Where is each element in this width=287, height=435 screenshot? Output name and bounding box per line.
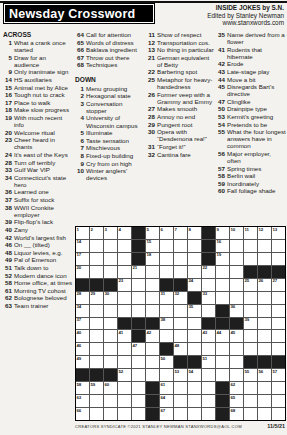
clue-down-43: 43Late-stage play (216, 68, 286, 75)
cell-r10c2[interactable] (90, 343, 103, 355)
clue-number: 19 (3, 114, 12, 128)
cell-r3c4[interactable] (118, 253, 131, 265)
cell-r3c2[interactable] (90, 253, 103, 265)
clue-number: 54 (216, 121, 225, 128)
clue-number: 22 (146, 68, 155, 75)
clue-down-3: 3Conversation stopper (75, 100, 144, 114)
cell-r6c13[interactable] (244, 292, 257, 304)
cell-r13c13[interactable] (244, 382, 257, 394)
clue-across-51: 51Talk down to (3, 264, 72, 271)
cell-r14c15[interactable] (272, 395, 285, 407)
clue-number: 57 (216, 165, 225, 172)
clue-number: 51 (3, 264, 12, 271)
cell-r6c11[interactable] (216, 292, 229, 304)
cell-r14c9[interactable] (188, 395, 201, 407)
cell-r12c10[interactable] (202, 369, 215, 381)
clue-number: 7 (75, 144, 84, 151)
clue-number: 49 (3, 256, 12, 263)
cell-r2c15[interactable] (272, 240, 285, 252)
cell-r8c7[interactable]: 38 (160, 318, 173, 330)
cell-r1c4[interactable]: 4 (118, 227, 131, 239)
cell-r13c7[interactable]: 61 (160, 382, 173, 394)
cell-r11c12[interactable] (230, 356, 243, 368)
cell-r1c15[interactable]: 13 (272, 227, 285, 239)
cell-r4c10[interactable]: 22 (202, 266, 215, 278)
cell-r3c3[interactable] (104, 253, 117, 265)
cell-r3c6[interactable]: 18 (146, 253, 159, 265)
cell-r2c1[interactable]: 14 (76, 240, 89, 252)
cell-r8c15[interactable] (272, 318, 285, 330)
cell-r12c9[interactable]: 54 (188, 369, 201, 381)
cell-number: 19 (217, 252, 221, 257)
cell-r7c5[interactable] (132, 305, 145, 317)
cell-r6c8[interactable]: 32 (174, 292, 187, 304)
cell-number: 12 (259, 227, 263, 232)
cell-r4c9[interactable] (188, 266, 201, 278)
cell-r13c3[interactable]: 60 (104, 382, 117, 394)
cell-number: 49 (77, 356, 81, 361)
cell-r13c2[interactable]: 59 (90, 382, 103, 394)
cell-r2c9[interactable] (188, 240, 201, 252)
clue-text: Cheer heard in chants (14, 136, 72, 150)
cell-r5c13[interactable]: 25 (244, 279, 257, 291)
cell-r5c14[interactable]: 26 (258, 279, 271, 291)
cell-r15c9[interactable] (188, 408, 201, 420)
clue-text: No thing in particular (157, 46, 215, 53)
clue-number: 3 (75, 100, 84, 114)
cell-r12c14[interactable]: 56 (258, 369, 271, 381)
cell-r6c3[interactable]: 30 (104, 292, 117, 304)
cell-r7c10[interactable] (202, 305, 215, 317)
cell-r6c1[interactable]: 28 (76, 292, 89, 304)
cell-r11c11[interactable] (216, 356, 229, 368)
clue-text: Inordinately (227, 180, 286, 187)
cell-r4c5[interactable]: 21 (132, 266, 145, 278)
cell-r6c7[interactable]: 31 (160, 292, 173, 304)
clue-down-55: 55What the four longest answers have in … (216, 128, 286, 149)
cell-number: 57 (273, 369, 277, 374)
cell-r1c13[interactable]: 11 (244, 227, 257, 239)
cell-r1c2[interactable]: 2 (90, 227, 103, 239)
block-r8c10 (202, 318, 215, 330)
cell-r10c10[interactable] (202, 343, 215, 355)
cell-r15c10[interactable] (202, 408, 215, 420)
cell-r6c2[interactable]: 29 (90, 292, 103, 304)
cell-r15c1[interactable]: 66 (76, 408, 89, 420)
cell-r1c1[interactable]: 1 (76, 227, 89, 239)
clue-down-10: 10Winter anglers' devices (75, 167, 144, 181)
cell-r1c12[interactable]: 10 (230, 227, 243, 239)
block-r5c8 (174, 279, 187, 291)
cell-r2c3[interactable] (104, 240, 117, 252)
cell-number: 22 (203, 265, 207, 270)
cell-r13c5[interactable] (132, 382, 145, 394)
clue-text: With much recent info (14, 114, 72, 128)
cell-r1c6[interactable]: 5 (146, 227, 159, 239)
cell-r2c8[interactable] (174, 240, 187, 252)
cell-r14c4[interactable] (118, 395, 131, 407)
cell-r9c14[interactable] (258, 330, 271, 342)
cell-r3c8[interactable] (174, 253, 187, 265)
cell-r10c15[interactable] (272, 343, 285, 355)
cell-number: 31 (161, 291, 165, 296)
cell-r10c11[interactable] (216, 343, 229, 355)
cell-r13c14[interactable] (258, 382, 271, 394)
clue-down-12: 12Transportation cos. (146, 39, 215, 46)
clue-number: 32 (146, 151, 155, 158)
cell-number: 48 (175, 343, 179, 348)
clue-number: 14 (3, 76, 12, 83)
cell-r15c7[interactable]: 67 (160, 408, 173, 420)
clue-across-67: 67Throw out there (75, 54, 144, 61)
clue-number: 27 (146, 105, 155, 112)
cell-r9c8[interactable] (174, 330, 187, 342)
cell-r10c12[interactable] (230, 343, 243, 355)
clue-number: 50 (216, 105, 225, 112)
cell-r2c2[interactable] (90, 240, 103, 252)
cell-r5c12[interactable] (230, 279, 243, 291)
block-r5c7 (160, 279, 173, 291)
cell-number: 2 (91, 227, 93, 232)
cell-r12c11[interactable] (216, 369, 229, 381)
clue-text: Only inanimate sign (14, 68, 72, 75)
clue-down-31: 31“Forget it!” (146, 143, 215, 150)
cell-r11c7[interactable]: 50 (160, 356, 173, 368)
cell-r14c10[interactable] (202, 395, 215, 407)
clue-text: Pal of Emerson (14, 256, 72, 263)
clue-number: 41 (216, 46, 225, 60)
block-r11c9 (188, 356, 201, 368)
cell-r11c4[interactable] (118, 356, 131, 368)
cell-r2c12[interactable] (230, 240, 243, 252)
cell-r9c10[interactable]: 43 (202, 330, 215, 342)
cell-r8c1[interactable]: 37 (76, 318, 89, 330)
cell-r3c15[interactable] (272, 253, 285, 265)
cell-r15c14[interactable] (258, 408, 271, 420)
cell-r7c7[interactable] (160, 305, 173, 317)
clue-across-68: 68Techniques (75, 61, 144, 68)
cell-r14c13[interactable] (244, 395, 257, 407)
block-r15c11 (216, 408, 229, 420)
cell-r1c3[interactable]: 3 (104, 227, 117, 239)
cell-r7c9[interactable]: 35 (188, 305, 201, 317)
website-link[interactable]: www.stanxwords.com (207, 19, 284, 27)
cell-r5c6[interactable] (146, 279, 159, 291)
cell-r4c8[interactable] (174, 266, 187, 278)
clue-number: 39 (3, 218, 12, 225)
cell-r7c2[interactable] (90, 305, 103, 317)
cell-r15c13[interactable] (244, 408, 257, 420)
clue-across-33: 33Gulf War VIP (3, 166, 72, 173)
cell-r15c2[interactable] (90, 408, 103, 420)
clue-text: Major employer, often (227, 150, 286, 164)
cell-r9c1[interactable]: 40 (76, 330, 89, 342)
cell-r8c9[interactable] (188, 318, 201, 330)
cell-r3c13[interactable] (244, 253, 257, 265)
cell-r12c15[interactable]: 57 (272, 369, 285, 381)
cell-r7c1[interactable]: 34 (76, 305, 89, 317)
clue-text: Cry from on high (86, 160, 144, 167)
cell-r3c7[interactable] (160, 253, 173, 265)
cell-r8c8[interactable] (174, 318, 187, 330)
cell-r10c14[interactable] (258, 343, 271, 355)
cell-r7c13[interactable] (244, 305, 257, 317)
block-r11c8 (174, 356, 187, 368)
clue-number: 60 (216, 187, 225, 194)
cell-r6c5[interactable] (132, 292, 145, 304)
clue-across-28: 28Turn off terribly (3, 159, 72, 166)
cell-r8c13[interactable]: 39 (244, 318, 257, 330)
cell-r13c8[interactable] (174, 382, 187, 394)
cell-r14c14[interactable] (258, 395, 271, 407)
cell-r15c8[interactable] (174, 408, 187, 420)
cell-r6c4[interactable] (118, 292, 131, 304)
clue-text: Welcome ritual (14, 129, 72, 136)
clue-number: 62 (3, 294, 12, 301)
cell-number: 8 (189, 227, 191, 232)
clue-number: 37 (3, 196, 12, 203)
cell-r6c14[interactable] (258, 292, 271, 304)
clue-text: Morning TV cohost (14, 287, 72, 294)
cell-r1c8[interactable]: 7 (174, 227, 187, 239)
cell-r9c11[interactable]: 44 (216, 330, 229, 342)
cell-r14c1[interactable]: 63 (76, 395, 89, 407)
cell-r5c10[interactable] (202, 279, 215, 291)
clue-number: 21 (146, 54, 155, 68)
crossword-grid[interactable]: 1234567891011121314151617181920212223242… (75, 226, 286, 421)
cell-number: 13 (273, 227, 277, 232)
cell-r5c4[interactable]: 23 (118, 279, 131, 291)
cell-r6c6[interactable] (146, 292, 159, 304)
clue-text: “Forget it!” (157, 143, 215, 150)
cell-r9c7[interactable] (160, 330, 173, 342)
cell-r5c5[interactable] (132, 279, 145, 291)
cell-r11c5[interactable] (132, 356, 145, 368)
cell-r15c3[interactable] (104, 408, 117, 420)
clue-number: 44 (216, 76, 225, 83)
clue-text: Words of distress (86, 39, 144, 46)
cell-r14c7[interactable]: 64 (160, 395, 173, 407)
clue-across-9: 9Only inanimate sign (3, 68, 72, 75)
cell-r2c13[interactable] (244, 240, 257, 252)
cell-r15c12[interactable]: 68 (230, 408, 243, 420)
cell-r10c1[interactable]: 46 (76, 343, 89, 355)
cell-r7c6[interactable] (146, 305, 159, 317)
cell-r12c5[interactable] (132, 369, 145, 381)
cell-r12c13[interactable]: 55 (244, 369, 257, 381)
clue-number: 23 (3, 136, 12, 150)
clue-number: 55 (216, 128, 225, 149)
cell-r6c10[interactable]: 33 (202, 292, 215, 304)
cell-r2c11[interactable]: 16 (216, 240, 229, 252)
cell-r2c6[interactable]: 15 (146, 240, 159, 252)
clue-down-29: 29Pungent root (146, 121, 215, 128)
cell-r13c12[interactable]: 62 (230, 382, 243, 394)
cell-r7c15[interactable] (272, 305, 285, 317)
clue-number: 63 (3, 302, 12, 309)
clue-down-54: 54Pretends to be (216, 121, 286, 128)
clue-number: 17 (3, 99, 12, 106)
cell-number: 35 (189, 304, 193, 309)
cell-r4c12[interactable] (230, 266, 243, 278)
cell-r4c1[interactable]: 20 (76, 266, 89, 278)
block-r1c5 (132, 227, 145, 239)
cell-r1c9[interactable]: 8 (188, 227, 201, 239)
cell-r15c15[interactable] (272, 408, 285, 420)
block-r8c4 (118, 318, 131, 330)
cell-r5c9[interactable]: 24 (188, 279, 201, 291)
cell-number: 47 (133, 343, 137, 348)
cell-r9c13[interactable] (244, 330, 257, 342)
cell-r8c3[interactable] (104, 318, 117, 330)
cell-r12c4[interactable]: 52 (118, 369, 131, 381)
cell-r10c6[interactable] (146, 343, 159, 355)
cell-r11c1[interactable]: 49 (76, 356, 89, 368)
cell-r11c3[interactable] (104, 356, 117, 368)
block-r9c5 (132, 330, 145, 342)
clue-down-21: 21German equivalent of Betty (146, 54, 215, 68)
cell-number: 41 (119, 330, 123, 335)
clue-down-59: 59Inordinately (216, 180, 286, 187)
clue-text: On __ (tilted) (14, 241, 72, 248)
cell-r3c9[interactable] (188, 253, 201, 265)
cell-r3c1[interactable]: 17 (76, 253, 89, 265)
clue-number: 61 (3, 287, 12, 294)
clue-number: 10 (75, 167, 84, 181)
cell-r13c9[interactable] (188, 382, 201, 394)
clue-text: Annoy no end (157, 113, 215, 120)
cell-r9c9[interactable] (188, 330, 201, 342)
clue-across-16: 16Tough nut to crack (3, 91, 72, 98)
cell-r11c2[interactable] (90, 356, 103, 368)
cell-r9c3[interactable] (104, 330, 117, 342)
clue-text: Clinglike (227, 98, 286, 105)
cell-r9c15[interactable] (272, 330, 285, 342)
cell-r8c2[interactable] (90, 318, 103, 330)
clue-text: Fall foliage shade (227, 187, 286, 194)
block-r8c5 (132, 318, 145, 330)
clue-number: 58 (216, 172, 225, 179)
cell-r5c15[interactable]: 27 (272, 279, 285, 291)
cell-number: 33 (203, 291, 207, 296)
cell-r12c8[interactable]: 53 (174, 369, 187, 381)
cell-r1c11[interactable]: 9 (216, 227, 229, 239)
clue-across-5: 5Draw for an audience (3, 54, 72, 68)
cell-r10c5[interactable]: 47 (132, 343, 145, 355)
cell-r10c8[interactable]: 48 (174, 343, 187, 355)
clue-number: 52 (3, 272, 12, 279)
clue-text: Home office, at times (14, 279, 72, 286)
cell-r14c3[interactable] (104, 395, 117, 407)
cell-r15c4[interactable] (118, 408, 131, 420)
cell-r12c12[interactable] (230, 369, 243, 381)
cell-r13c10[interactable] (202, 382, 215, 394)
cell-r4c3[interactable] (104, 266, 117, 278)
cell-r7c4[interactable] (118, 305, 131, 317)
clue-across-1: 1What a crank once started (3, 39, 72, 53)
cell-r13c15[interactable] (272, 382, 285, 394)
clue-text: Techniques (86, 61, 144, 68)
clue-text: Pretends to be (227, 121, 286, 128)
cell-r7c14[interactable] (258, 305, 271, 317)
clue-number: 9 (3, 68, 12, 75)
cell-r3c12[interactable] (230, 253, 243, 265)
cell-r6c15[interactable] (272, 292, 285, 304)
cell-r7c8[interactable] (174, 305, 187, 317)
cell-r12c6[interactable] (146, 369, 159, 381)
cell-r14c12[interactable]: 65 (230, 395, 243, 407)
clue-column-4: 35Name derived from a flower41Rodents th… (216, 31, 286, 195)
cell-r7c12[interactable]: 36 (230, 305, 243, 317)
cell-r14c5[interactable] (132, 395, 145, 407)
cell-number: 67 (161, 408, 165, 413)
cell-r9c12[interactable]: 45 (230, 330, 243, 342)
cell-r2c14[interactable] (258, 240, 271, 252)
cell-number: 20 (77, 265, 81, 270)
clue-down-47: 47Clinglike (216, 98, 286, 105)
cell-number: 42 (147, 330, 151, 335)
cell-r2c7[interactable] (160, 240, 173, 252)
clue-across-20: 20Welcome ritual (3, 129, 72, 136)
clue-number: 48 (3, 249, 12, 256)
cell-r14c2[interactable] (90, 395, 103, 407)
cell-r4c6[interactable] (146, 266, 159, 278)
cell-r3c11[interactable]: 19 (216, 253, 229, 265)
cell-r1c7[interactable]: 6 (160, 227, 173, 239)
cell-number: 4 (119, 227, 121, 232)
cell-r1c14[interactable]: 12 (258, 227, 271, 239)
cell-r9c4[interactable]: 41 (118, 330, 131, 342)
cell-r10c9[interactable] (188, 343, 201, 355)
cell-r10c3[interactable] (104, 343, 117, 355)
block-r5c1 (76, 279, 89, 291)
cell-r10c13[interactable] (244, 343, 257, 355)
cell-r4c11[interactable] (216, 266, 229, 278)
cell-number: 6 (161, 227, 163, 232)
clue-across-48: 48Liquor levies, e.g. (3, 249, 72, 256)
cell-r15c5[interactable] (132, 408, 145, 420)
cell-r8c14[interactable] (258, 318, 271, 330)
cell-r14c8[interactable] (174, 395, 187, 407)
cell-number: 3 (105, 227, 107, 232)
cell-number: 52 (119, 369, 123, 374)
cell-r4c4[interactable] (118, 266, 131, 278)
cell-r4c7[interactable] (160, 266, 173, 278)
clue-down-25: 25Metaphor for heavy-handedness (146, 76, 215, 90)
cell-r5c11[interactable] (216, 279, 229, 291)
cell-r11c6[interactable] (146, 356, 159, 368)
cell-r2c4[interactable] (118, 240, 131, 252)
cell-number: 17 (77, 252, 81, 257)
cell-r10c4[interactable] (118, 343, 131, 355)
clue-down-26: 26Former veep with a Grammy and Emmy (146, 91, 215, 105)
clue-across-15: 15Animal met by Alice (3, 84, 72, 91)
cell-r9c2[interactable] (90, 330, 103, 342)
cell-r6c12[interactable] (230, 292, 243, 304)
cell-r4c2[interactable] (90, 266, 103, 278)
cell-number: 50 (161, 356, 165, 361)
cell-r12c7[interactable] (160, 369, 173, 381)
clue-number: 42 (3, 234, 12, 241)
cell-r3c14[interactable] (258, 253, 271, 265)
cell-r13c4[interactable] (118, 382, 131, 394)
cell-r9c6[interactable]: 42 (146, 330, 159, 342)
clue-text: Rodents that hibernate (227, 46, 286, 60)
cell-r13c1[interactable]: 58 (76, 382, 89, 394)
cell-r11c10[interactable]: 51 (202, 356, 215, 368)
clue-number: 29 (146, 121, 155, 128)
cell-r7c3[interactable] (104, 305, 117, 317)
